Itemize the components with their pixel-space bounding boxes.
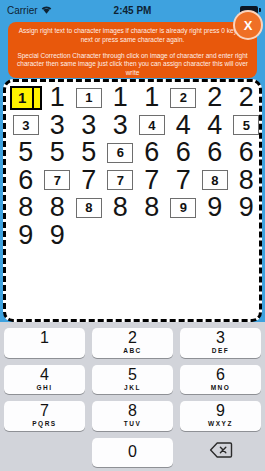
char-image-cell-r4c1[interactable]: 8 bbox=[42, 194, 74, 222]
char-digit: 1 bbox=[76, 88, 102, 108]
char-image-cell-r3c3[interactable]: 7 bbox=[105, 167, 137, 195]
key-digit-label: 6 bbox=[216, 367, 225, 384]
key-letters-label: ABC bbox=[123, 347, 142, 355]
char-image-cell-r0c3[interactable]: 1 bbox=[105, 84, 137, 112]
char-image-cell-r1c5[interactable]: 4 bbox=[168, 112, 200, 140]
char-image-cell-r5c0[interactable]: 9 bbox=[10, 222, 42, 250]
char-image-cell-r4c2[interactable]: 8 bbox=[73, 194, 105, 222]
close-button[interactable]: X bbox=[233, 10, 263, 40]
key-letters-label: GHI bbox=[36, 384, 52, 392]
keypad-row-2: 4GHI5JKL6MNO bbox=[4, 365, 261, 395]
char-image-cell-r3c1[interactable]: 7 bbox=[42, 167, 74, 195]
char-digit: 9 bbox=[207, 194, 222, 221]
char-image-cell-r2c2[interactable]: 5 bbox=[73, 139, 105, 167]
char-digit: 7 bbox=[44, 170, 70, 190]
char-digit: 1 bbox=[113, 84, 128, 111]
char-image-cell-r2c6[interactable]: 6 bbox=[199, 139, 231, 167]
char-image-cell-r3c7[interactable]: 8 bbox=[231, 167, 263, 195]
char-image-cell-r4c0[interactable]: 8 bbox=[10, 194, 42, 222]
char-digit: 2 bbox=[170, 88, 196, 108]
char-digit: 8 bbox=[76, 198, 102, 218]
key-1[interactable]: 1 bbox=[4, 328, 85, 358]
char-digit: 2 bbox=[207, 84, 222, 111]
char-image-cell-r0c4[interactable]: 1 bbox=[136, 84, 168, 112]
banner-instruction-1: Assign right text to character images if… bbox=[15, 27, 250, 45]
char-digit: 1 bbox=[144, 84, 159, 111]
key-digit-label: 5 bbox=[128, 367, 137, 384]
char-image-cell-r5c1[interactable]: 9 bbox=[42, 222, 74, 250]
char-image-cell-r3c5[interactable]: 7 bbox=[168, 167, 200, 195]
key-digit-label: 3 bbox=[216, 330, 225, 347]
key-9[interactable]: 9WXYZ bbox=[180, 401, 261, 431]
char-digit: 5 bbox=[18, 139, 33, 166]
key-digit-label: 7 bbox=[40, 403, 49, 420]
app-screen: Carrier 2:45 PM Assign right text to cha… bbox=[0, 0, 265, 471]
backspace-icon bbox=[209, 441, 233, 463]
key-5[interactable]: 5JKL bbox=[92, 365, 173, 395]
char-digit: 3 bbox=[81, 112, 96, 139]
char-digit: 4 bbox=[176, 112, 191, 139]
char-image-cell-r0c5[interactable]: 2 bbox=[168, 84, 200, 112]
char-image-cell-r3c2[interactable]: 7 bbox=[73, 167, 105, 195]
char-image-cell-r4c4[interactable]: 8 bbox=[136, 194, 168, 222]
char-image-cell-r2c5[interactable]: 6 bbox=[168, 139, 200, 167]
char-digit: 2 bbox=[239, 84, 254, 111]
char-image-cell-r1c3[interactable]: 3 bbox=[105, 112, 137, 140]
status-bar: Carrier 2:45 PM bbox=[0, 0, 265, 20]
key-digit-label: 9 bbox=[216, 403, 225, 420]
char-digit: 9 bbox=[50, 222, 65, 249]
key-6[interactable]: 6MNO bbox=[180, 365, 261, 395]
key-7[interactable]: 7PQRS bbox=[4, 401, 85, 431]
char-digit: 9 bbox=[18, 222, 33, 249]
keypad-row-4: 0 bbox=[4, 438, 261, 468]
char-digit: 6 bbox=[176, 139, 191, 166]
char-digit: 7 bbox=[81, 167, 96, 194]
char-image-cell-r0c1[interactable]: 1 bbox=[42, 84, 74, 112]
key-digit-label: 4 bbox=[40, 367, 49, 384]
key-3[interactable]: 3DEF bbox=[180, 328, 261, 358]
char-digit: 6 bbox=[207, 139, 222, 166]
char-digit: 6 bbox=[107, 143, 133, 163]
char-image-cell-r4c3[interactable]: 8 bbox=[105, 194, 137, 222]
char-image-cell-r3c4[interactable]: 7 bbox=[136, 167, 168, 195]
char-digit: 6 bbox=[144, 139, 159, 166]
char-image-cell-r2c1[interactable]: 5 bbox=[42, 139, 74, 167]
key-8[interactable]: 8TUV bbox=[92, 401, 173, 431]
char-image-cell-r0c2[interactable]: 1 bbox=[73, 84, 105, 112]
key-letters-label: JKL bbox=[124, 384, 141, 392]
char-image-cell-r1c4[interactable]: 4 bbox=[136, 112, 168, 140]
key-letters-label: DEF bbox=[212, 347, 230, 355]
cursor-caret bbox=[32, 88, 34, 108]
char-digit: 8 bbox=[239, 167, 254, 194]
char-digit: 5 bbox=[81, 139, 96, 166]
char-digit: 5 bbox=[233, 115, 259, 135]
key-digit-label: 2 bbox=[128, 330, 137, 347]
char-image-cell-r0c0[interactable]: 1 bbox=[10, 84, 42, 112]
keypad: 12ABC3DEF 4GHI5JKL6MNO 7PQRS8TUV9WXYZ 0 bbox=[0, 322, 265, 471]
char-digit: 3 bbox=[113, 112, 128, 139]
wifi-icon bbox=[41, 5, 52, 16]
char-digit: 8 bbox=[202, 170, 228, 190]
char-image-cell-r2c4[interactable]: 6 bbox=[136, 139, 168, 167]
char-image-cell-r3c6[interactable]: 8 bbox=[199, 167, 231, 195]
char-digit: 3 bbox=[50, 112, 65, 139]
keypad-row-3: 7PQRS8TUV9WXYZ bbox=[4, 401, 261, 431]
char-digit: 8 bbox=[113, 194, 128, 221]
character-image-panel: 1111122233334445555666666777778888888999… bbox=[3, 79, 262, 322]
char-image-cell-r0c7[interactable]: 2 bbox=[231, 84, 263, 112]
char-image-cell-r1c1[interactable]: 3 bbox=[42, 112, 74, 140]
char-digit: 6 bbox=[18, 167, 33, 194]
char-digit: 4 bbox=[139, 115, 165, 135]
instruction-banner: Assign right text to character images if… bbox=[8, 22, 257, 78]
char-digit: 7 bbox=[107, 170, 133, 190]
key-letters-label: TUV bbox=[124, 420, 142, 428]
char-image-cell-r2c3[interactable]: 6 bbox=[105, 139, 137, 167]
carrier-label: Carrier bbox=[7, 5, 38, 16]
keypad-row-1: 12ABC3DEF bbox=[4, 328, 261, 358]
char-image-cell-r3c0[interactable]: 6 bbox=[10, 167, 42, 195]
key-digit-label: 1 bbox=[40, 330, 49, 347]
char-digit: 8 bbox=[50, 194, 65, 221]
char-image-cell-r4c7[interactable]: 9 bbox=[231, 194, 263, 222]
backspace-key[interactable] bbox=[180, 438, 261, 468]
keypad-spacer bbox=[4, 438, 85, 468]
char-digit: 1 bbox=[50, 84, 65, 111]
char-digit: 8 bbox=[144, 194, 159, 221]
key-letters-label: WXYZ bbox=[208, 420, 233, 428]
key-2[interactable]: 2ABC bbox=[92, 328, 173, 358]
char-image-cell-r1c6[interactable]: 4 bbox=[199, 112, 231, 140]
char-digit: 9 bbox=[239, 194, 254, 221]
char-digit: 5 bbox=[50, 139, 65, 166]
char-digit: 9 bbox=[170, 198, 196, 218]
banner-instruction-2: Special Correction Character through cli… bbox=[15, 52, 250, 78]
char-digit: 4 bbox=[207, 112, 222, 139]
char-image-cell-r1c0[interactable]: 3 bbox=[10, 112, 42, 140]
char-digit: 8 bbox=[18, 194, 33, 221]
char-image-cell-r4c5[interactable]: 9 bbox=[168, 194, 200, 222]
key-0[interactable]: 0 bbox=[92, 438, 173, 468]
char-image-cell-r2c0[interactable]: 5 bbox=[10, 139, 42, 167]
char-digit: 1 bbox=[10, 86, 42, 110]
key-letters-label: PQRS bbox=[32, 420, 56, 428]
char-digit: 3 bbox=[13, 115, 39, 135]
char-image-cell-r1c2[interactable]: 3 bbox=[73, 112, 105, 140]
char-digit: 7 bbox=[144, 167, 159, 194]
key-letters-label: MNO bbox=[211, 384, 231, 392]
char-image-cell-r2c7[interactable]: 6 bbox=[231, 139, 263, 167]
char-digit: 6 bbox=[239, 139, 254, 166]
key-0-label: 0 bbox=[128, 444, 137, 460]
char-image-cell-r0c6[interactable]: 2 bbox=[199, 84, 231, 112]
char-image-cell-r1c7[interactable]: 5 bbox=[231, 112, 263, 140]
key-4[interactable]: 4GHI bbox=[4, 365, 85, 395]
digit-grid: 1111122233334445555666666777778888888999… bbox=[10, 84, 259, 249]
key-digit-label: 8 bbox=[128, 403, 137, 420]
char-digit: 7 bbox=[176, 167, 191, 194]
char-image-cell-r4c6[interactable]: 9 bbox=[199, 194, 231, 222]
